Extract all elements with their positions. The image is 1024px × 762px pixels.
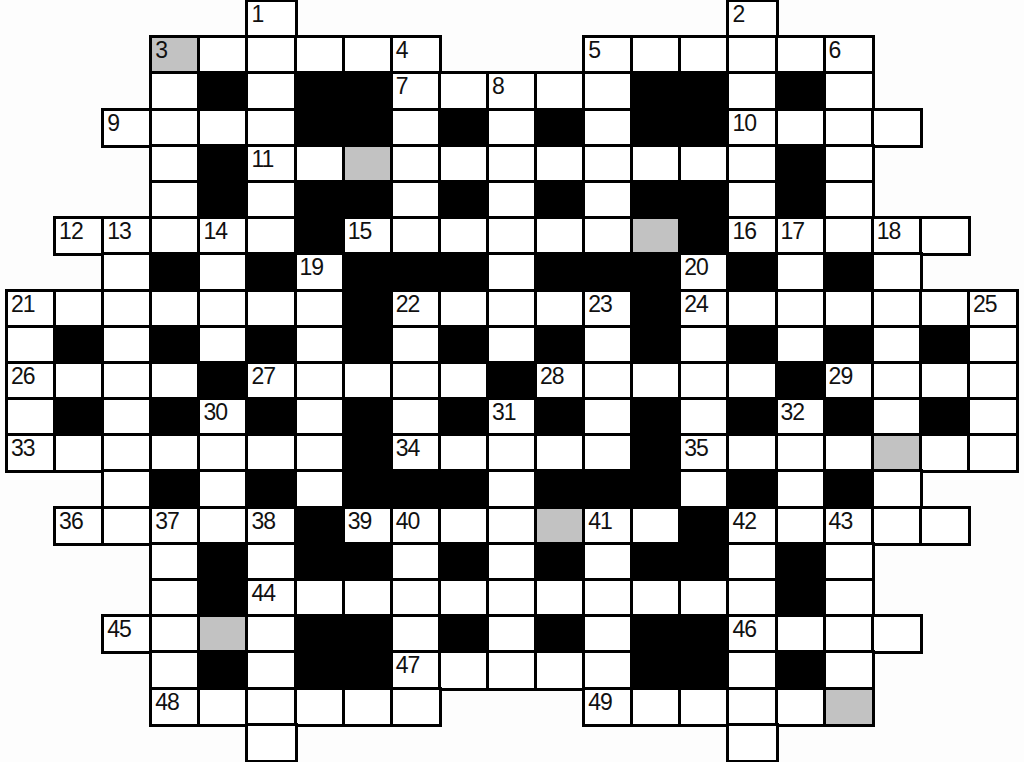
black-cell-r15-c7: [344, 544, 392, 580]
letter-cell-r12-c9[interactable]: [440, 435, 488, 471]
letter-cell-r10-c14[interactable]: [680, 363, 728, 399]
clue-number: 39: [348, 509, 372, 534]
letter-cell-r2-c11[interactable]: [536, 73, 584, 109]
letter-cell-r14-c4[interactable]: [199, 508, 247, 544]
letter-cell-r9-c8[interactable]: [392, 327, 440, 363]
letter-cell-r1-c7[interactable]: [344, 37, 392, 73]
letter-cell-r10-c17[interactable]: 29: [825, 363, 873, 399]
letter-cell-r3-c2[interactable]: 9: [103, 110, 151, 146]
letter-cell-r10-c20[interactable]: [969, 363, 1017, 399]
letter-cell-r17-c2[interactable]: 45: [103, 616, 151, 652]
letter-cell-r8-c19[interactable]: [921, 291, 969, 327]
letter-cell-r8-c10[interactable]: [488, 291, 536, 327]
letter-cell-r14-c8[interactable]: 40: [392, 508, 440, 544]
letter-cell-r14-c2[interactable]: [103, 508, 151, 544]
letter-cell-r16-c3[interactable]: [151, 580, 199, 616]
letter-cell-r7-c14[interactable]: 20: [680, 254, 728, 290]
letter-cell-r1-c8[interactable]: 4: [392, 37, 440, 73]
black-cell-r7-c11: [536, 254, 584, 290]
clue-number: 6: [829, 38, 841, 63]
letter-cell-r10-c15[interactable]: [728, 363, 776, 399]
letter-cell-r8-c0[interactable]: 21: [7, 291, 55, 327]
black-cell-r6-c6: [296, 218, 344, 254]
letter-cell-r11-c6[interactable]: [296, 399, 344, 435]
clue-number: 15: [348, 219, 372, 244]
letter-cell-r3-c16[interactable]: [777, 110, 825, 146]
black-cell-r9-c3: [151, 327, 199, 363]
letter-cell-r19-c6[interactable]: [296, 689, 344, 725]
letter-cell-r4-c3[interactable]: [151, 146, 199, 182]
letter-cell-r10-c3[interactable]: [151, 363, 199, 399]
letter-cell-r16-c14[interactable]: [680, 580, 728, 616]
letter-cell-r2-c5[interactable]: [247, 73, 295, 109]
letter-cell-r14-c1[interactable]: 36: [55, 508, 103, 544]
letter-cell-r11-c0[interactable]: [7, 399, 55, 435]
letter-cell-r19-c3[interactable]: 48: [151, 689, 199, 725]
letter-cell-r10-c2[interactable]: [103, 363, 151, 399]
black-cell-r5-c7: [344, 182, 392, 218]
letter-cell-r16-c12[interactable]: [584, 580, 632, 616]
letter-cell-r14-c18[interactable]: [873, 508, 921, 544]
letter-cell-r4-c12[interactable]: [584, 146, 632, 182]
letter-cell-r19-c8[interactable]: [392, 689, 440, 725]
black-cell-r9-c7: [344, 327, 392, 363]
black-cell-r16-c16: [777, 580, 825, 616]
black-cell-r5-c16: [777, 182, 825, 218]
letter-cell-r12-c20[interactable]: [969, 435, 1017, 471]
black-cell-r2-c14: [680, 73, 728, 109]
letter-cell-r12-c2[interactable]: [103, 435, 151, 471]
letter-cell-r18-c11[interactable]: [536, 652, 584, 688]
black-cell-r7-c3: [151, 254, 199, 290]
shaded-cell-r4-c7[interactable]: [344, 146, 392, 182]
clue-number: 21: [11, 292, 35, 317]
clue-number: 25: [973, 292, 997, 317]
shaded-cell-r12-c18[interactable]: [873, 435, 921, 471]
letter-cell-r20-c5[interactable]: [247, 725, 295, 761]
letter-cell-r11-c18[interactable]: [873, 399, 921, 435]
clue-number: 20: [684, 255, 708, 280]
letter-cell-r6-c4[interactable]: 14: [199, 218, 247, 254]
letter-cell-r8-c6[interactable]: [296, 291, 344, 327]
letter-cell-r6-c5[interactable]: [247, 218, 295, 254]
clue-number: 31: [492, 400, 516, 425]
shaded-cell-r6-c13[interactable]: [632, 218, 680, 254]
letter-cell-r16-c10[interactable]: [488, 580, 536, 616]
shaded-cell-r19-c17[interactable]: [825, 689, 873, 725]
letter-cell-r4-c11[interactable]: [536, 146, 584, 182]
letter-cell-r11-c20[interactable]: [969, 399, 1017, 435]
black-cell-r13-c13: [632, 471, 680, 507]
letter-cell-r2-c17[interactable]: [825, 73, 873, 109]
letter-cell-r11-c2[interactable]: [103, 399, 151, 435]
letter-cell-r18-c3[interactable]: [151, 652, 199, 688]
letter-cell-r9-c4[interactable]: [199, 327, 247, 363]
letter-cell-r1-c6[interactable]: [296, 37, 344, 73]
letter-cell-r12-c0[interactable]: 33: [7, 435, 55, 471]
letter-cell-r3-c17[interactable]: [825, 110, 873, 146]
black-cell-r5-c14: [680, 182, 728, 218]
letter-cell-r18-c17[interactable]: [825, 652, 873, 688]
black-cell-r6-c14: [680, 218, 728, 254]
black-cell-r10-c4: [199, 363, 247, 399]
black-cell-r18-c6: [296, 652, 344, 688]
black-cell-r15-c4: [199, 544, 247, 580]
letter-cell-r6-c10[interactable]: [488, 218, 536, 254]
letter-cell-r14-c16[interactable]: [777, 508, 825, 544]
letter-cell-r8-c20[interactable]: 25: [969, 291, 1017, 327]
black-cell-r17-c13: [632, 616, 680, 652]
letter-cell-r19-c13[interactable]: [632, 689, 680, 725]
letter-cell-r14-c7[interactable]: 39: [344, 508, 392, 544]
letter-cell-r8-c15[interactable]: [728, 291, 776, 327]
letter-cell-r5-c15[interactable]: [728, 182, 776, 218]
letter-cell-r10-c5[interactable]: 27: [247, 363, 295, 399]
letter-cell-r6-c11[interactable]: [536, 218, 584, 254]
letter-cell-r19-c4[interactable]: [199, 689, 247, 725]
letter-cell-r16-c17[interactable]: [825, 580, 873, 616]
letter-cell-r3-c8[interactable]: [392, 110, 440, 146]
black-cell-r4-c16: [777, 146, 825, 182]
letter-cell-r14-c17[interactable]: 43: [825, 508, 873, 544]
letter-cell-r6-c12[interactable]: [584, 218, 632, 254]
letter-cell-r11-c4[interactable]: 30: [199, 399, 247, 435]
letter-cell-r11-c8[interactable]: [392, 399, 440, 435]
letter-cell-r1-c12[interactable]: 5: [584, 37, 632, 73]
letter-cell-r17-c10[interactable]: [488, 616, 536, 652]
letter-cell-r14-c5[interactable]: 38: [247, 508, 295, 544]
letter-cell-r16-c6[interactable]: [296, 580, 344, 616]
clue-number: 24: [684, 292, 708, 317]
letter-cell-r12-c4[interactable]: [199, 435, 247, 471]
letter-cell-r15-c12[interactable]: [584, 544, 632, 580]
letter-cell-r13-c10[interactable]: [488, 471, 536, 507]
letter-cell-r9-c2[interactable]: [103, 327, 151, 363]
letter-cell-r7-c18[interactable]: [873, 254, 921, 290]
black-cell-r11-c5: [247, 399, 295, 435]
letter-cell-r14-c12[interactable]: 41: [584, 508, 632, 544]
letter-cell-r5-c10[interactable]: [488, 182, 536, 218]
letter-cell-r19-c16[interactable]: [777, 689, 825, 725]
black-cell-r17-c6: [296, 616, 344, 652]
letter-cell-r19-c12[interactable]: 49: [584, 689, 632, 725]
letter-cell-r11-c14[interactable]: [680, 399, 728, 435]
black-cell-r7-c9: [440, 254, 488, 290]
letter-cell-r3-c3[interactable]: [151, 110, 199, 146]
letter-cell-r2-c15[interactable]: [728, 73, 776, 109]
letter-cell-r7-c4[interactable]: [199, 254, 247, 290]
letter-cell-r8-c17[interactable]: [825, 291, 873, 327]
letter-cell-r8-c5[interactable]: [247, 291, 295, 327]
letter-cell-r6-c3[interactable]: [151, 218, 199, 254]
letter-cell-r6-c1[interactable]: 12: [55, 218, 103, 254]
letter-cell-r19-c7[interactable]: [344, 689, 392, 725]
letter-cell-r17-c5[interactable]: [247, 616, 295, 652]
letter-cell-r9-c6[interactable]: [296, 327, 344, 363]
black-cell-r11-c11: [536, 399, 584, 435]
letter-cell-r12-c6[interactable]: [296, 435, 344, 471]
letter-cell-r12-c14[interactable]: 35: [680, 435, 728, 471]
letter-cell-r20-c15[interactable]: [728, 725, 776, 761]
letter-cell-r15-c17[interactable]: [825, 544, 873, 580]
shaded-cell-r14-c11[interactable]: [536, 508, 584, 544]
clue-number: 35: [684, 436, 708, 461]
letter-cell-r6-c9[interactable]: [440, 218, 488, 254]
clue-number: 29: [829, 364, 853, 389]
letter-cell-r1-c16[interactable]: [777, 37, 825, 73]
letter-cell-r16-c8[interactable]: [392, 580, 440, 616]
letter-cell-r14-c13[interactable]: [632, 508, 680, 544]
letter-cell-r10-c1[interactable]: [55, 363, 103, 399]
letter-cell-r16-c11[interactable]: [536, 580, 584, 616]
letter-cell-r10-c19[interactable]: [921, 363, 969, 399]
black-cell-r7-c8: [392, 254, 440, 290]
letter-cell-r6-c17[interactable]: [825, 218, 873, 254]
black-cell-r5-c6: [296, 182, 344, 218]
letter-cell-r8-c14[interactable]: 24: [680, 291, 728, 327]
letter-cell-r8-c4[interactable]: [199, 291, 247, 327]
letter-cell-r18-c5[interactable]: [247, 652, 295, 688]
letter-cell-r4-c17[interactable]: [825, 146, 873, 182]
clue-number: 4: [396, 38, 408, 63]
letter-cell-r9-c18[interactable]: [873, 327, 921, 363]
letter-cell-r8-c12[interactable]: 23: [584, 291, 632, 327]
clue-number: 45: [107, 617, 131, 642]
letter-cell-r15-c8[interactable]: [392, 544, 440, 580]
black-cell-r2-c6: [296, 73, 344, 109]
letter-cell-r17-c15[interactable]: 46: [728, 616, 776, 652]
letter-cell-r6-c18[interactable]: 18: [873, 218, 921, 254]
letter-cell-r5-c8[interactable]: [392, 182, 440, 218]
letter-cell-r4-c8[interactable]: [392, 146, 440, 182]
letter-cell-r12-c1[interactable]: [55, 435, 103, 471]
shaded-cell-r17-c4[interactable]: [199, 616, 247, 652]
letter-cell-r12-c8[interactable]: 34: [392, 435, 440, 471]
letter-cell-r12-c5[interactable]: [247, 435, 295, 471]
letter-cell-r6-c19[interactable]: [921, 218, 969, 254]
letter-cell-r19-c14[interactable]: [680, 689, 728, 725]
clue-number: 2: [732, 2, 744, 27]
black-cell-r8-c13: [632, 291, 680, 327]
letter-cell-r16-c9[interactable]: [440, 580, 488, 616]
letter-cell-r18-c15[interactable]: [728, 652, 776, 688]
letter-cell-r11-c10[interactable]: 31: [488, 399, 536, 435]
letter-cell-r10-c7[interactable]: [344, 363, 392, 399]
letter-cell-r12-c16[interactable]: [777, 435, 825, 471]
letter-cell-r11-c16[interactable]: 32: [777, 399, 825, 435]
letter-cell-r9-c14[interactable]: [680, 327, 728, 363]
letter-cell-r11-c12[interactable]: [584, 399, 632, 435]
letter-cell-r14-c19[interactable]: [921, 508, 969, 544]
letter-cell-r15-c5[interactable]: [247, 544, 295, 580]
letter-cell-r2-c12[interactable]: [584, 73, 632, 109]
letter-cell-r8-c8[interactable]: 22: [392, 291, 440, 327]
letter-cell-r8-c11[interactable]: [536, 291, 584, 327]
letter-cell-r1-c13[interactable]: [632, 37, 680, 73]
letter-cell-r7-c2[interactable]: [103, 254, 151, 290]
letter-cell-r4-c15[interactable]: [728, 146, 776, 182]
black-cell-r2-c16: [777, 73, 825, 109]
letter-cell-r10-c8[interactable]: [392, 363, 440, 399]
letter-cell-r17-c16[interactable]: [777, 616, 825, 652]
letter-cell-r10-c9[interactable]: [440, 363, 488, 399]
black-cell-r10-c16: [777, 363, 825, 399]
letter-cell-r18-c8[interactable]: 47: [392, 652, 440, 688]
letter-cell-r9-c10[interactable]: [488, 327, 536, 363]
shaded-cell-r1-c3[interactable]: 3: [151, 37, 199, 73]
letter-cell-r13-c2[interactable]: [103, 471, 151, 507]
letter-cell-r1-c4[interactable]: [199, 37, 247, 73]
black-cell-r15-c13: [632, 544, 680, 580]
letter-cell-r6-c2[interactable]: 13: [103, 218, 151, 254]
clue-number: 8: [492, 74, 504, 99]
letter-cell-r4-c13[interactable]: [632, 146, 680, 182]
letter-cell-r2-c9[interactable]: [440, 73, 488, 109]
letter-cell-r16-c7[interactable]: [344, 580, 392, 616]
letter-cell-r14-c9[interactable]: [440, 508, 488, 544]
black-cell-r7-c12: [584, 254, 632, 290]
crossword-page: 1234567891011121314151617181920212223242…: [0, 0, 1024, 762]
letter-cell-r13-c4[interactable]: [199, 471, 247, 507]
black-cell-r17-c14: [680, 616, 728, 652]
letter-cell-r3-c18[interactable]: [873, 110, 921, 146]
black-cell-r9-c19: [921, 327, 969, 363]
letter-cell-r8-c18[interactable]: [873, 291, 921, 327]
letter-cell-r17-c8[interactable]: [392, 616, 440, 652]
black-cell-r9-c9: [440, 327, 488, 363]
letter-cell-r17-c17[interactable]: [825, 616, 873, 652]
black-cell-r9-c13: [632, 327, 680, 363]
black-cell-r7-c5: [247, 254, 295, 290]
letter-cell-r18-c10[interactable]: [488, 652, 536, 688]
letter-cell-r18-c12[interactable]: [584, 652, 632, 688]
letter-cell-r10-c12[interactable]: [584, 363, 632, 399]
black-cell-r15-c9: [440, 544, 488, 580]
letter-cell-r8-c3[interactable]: [151, 291, 199, 327]
letter-cell-r8-c16[interactable]: [777, 291, 825, 327]
letter-cell-r18-c9[interactable]: [440, 652, 488, 688]
letter-cell-r6-c15[interactable]: 16: [728, 218, 776, 254]
letter-cell-r12-c19[interactable]: [921, 435, 969, 471]
letter-cell-r4-c5[interactable]: 11: [247, 146, 295, 182]
letter-cell-r14-c15[interactable]: 42: [728, 508, 776, 544]
letter-cell-r1-c14[interactable]: [680, 37, 728, 73]
letter-cell-r10-c18[interactable]: [873, 363, 921, 399]
letter-cell-r13-c18[interactable]: [873, 471, 921, 507]
black-cell-r13-c8: [392, 471, 440, 507]
letter-cell-r12-c11[interactable]: [536, 435, 584, 471]
letter-cell-r5-c5[interactable]: [247, 182, 295, 218]
letter-cell-r9-c12[interactable]: [584, 327, 632, 363]
letter-cell-r12-c17[interactable]: [825, 435, 873, 471]
letter-cell-r19-c5[interactable]: [247, 689, 295, 725]
letter-cell-r15-c15[interactable]: [728, 544, 776, 580]
letter-cell-r7-c16[interactable]: [777, 254, 825, 290]
letter-cell-r13-c6[interactable]: [296, 471, 344, 507]
letter-cell-r2-c8[interactable]: 7: [392, 73, 440, 109]
letter-cell-r9-c16[interactable]: [777, 327, 825, 363]
letter-cell-r10-c6[interactable]: [296, 363, 344, 399]
letter-cell-r4-c14[interactable]: [680, 146, 728, 182]
letter-cell-r4-c6[interactable]: [296, 146, 344, 182]
letter-cell-r16-c5[interactable]: 44: [247, 580, 295, 616]
black-cell-r5-c11: [536, 182, 584, 218]
letter-cell-r12-c15[interactable]: [728, 435, 776, 471]
letter-cell-r14-c3[interactable]: 37: [151, 508, 199, 544]
letter-cell-r3-c10[interactable]: [488, 110, 536, 146]
black-cell-r3-c11: [536, 110, 584, 146]
letter-cell-r17-c12[interactable]: [584, 616, 632, 652]
letter-cell-r10-c0[interactable]: 26: [7, 363, 55, 399]
letter-cell-r4-c9[interactable]: [440, 146, 488, 182]
clue-number: 33: [11, 436, 35, 461]
letter-cell-r15-c10[interactable]: [488, 544, 536, 580]
letter-cell-r2-c10[interactable]: 8: [488, 73, 536, 109]
letter-cell-r10-c11[interactable]: 28: [536, 363, 584, 399]
letter-cell-r8-c9[interactable]: [440, 291, 488, 327]
letter-cell-r17-c3[interactable]: [151, 616, 199, 652]
letter-cell-r7-c10[interactable]: [488, 254, 536, 290]
letter-cell-r17-c18[interactable]: [873, 616, 921, 652]
letter-cell-r15-c3[interactable]: [151, 544, 199, 580]
black-cell-r3-c13: [632, 110, 680, 146]
black-cell-r9-c5: [247, 327, 295, 363]
letter-cell-r9-c20[interactable]: [969, 327, 1017, 363]
black-cell-r5-c13: [632, 182, 680, 218]
letter-cell-r3-c12[interactable]: [584, 110, 632, 146]
letter-cell-r5-c17[interactable]: [825, 182, 873, 218]
clue-number: 32: [781, 400, 805, 425]
letter-cell-r1-c17[interactable]: 6: [825, 37, 873, 73]
letter-cell-r8-c1[interactable]: [55, 291, 103, 327]
black-cell-r11-c9: [440, 399, 488, 435]
letter-cell-r8-c2[interactable]: [103, 291, 151, 327]
clue-number: 13: [107, 219, 131, 244]
letter-cell-r13-c16[interactable]: [777, 471, 825, 507]
letter-cell-r2-c3[interactable]: [151, 73, 199, 109]
letter-cell-r3-c4[interactable]: [199, 110, 247, 146]
letter-cell-r19-c15[interactable]: [728, 689, 776, 725]
letter-cell-r5-c12[interactable]: [584, 182, 632, 218]
black-cell-r15-c14: [680, 544, 728, 580]
letter-cell-r14-c10[interactable]: [488, 508, 536, 544]
black-cell-r5-c4: [199, 182, 247, 218]
letter-cell-r6-c16[interactable]: 17: [777, 218, 825, 254]
letter-cell-r3-c5[interactable]: [247, 110, 295, 146]
letter-cell-r12-c12[interactable]: [584, 435, 632, 471]
letter-cell-r13-c14[interactable]: [680, 471, 728, 507]
letter-cell-r4-c10[interactable]: [488, 146, 536, 182]
clue-number: 14: [203, 219, 227, 244]
letter-cell-r12-c10[interactable]: [488, 435, 536, 471]
letter-cell-r9-c0[interactable]: [7, 327, 55, 363]
letter-cell-r0-c5[interactable]: 1: [247, 1, 295, 37]
letter-cell-r1-c5[interactable]: [247, 37, 295, 73]
letter-cell-r5-c3[interactable]: [151, 182, 199, 218]
letter-cell-r3-c15[interactable]: 10: [728, 110, 776, 146]
letter-cell-r1-c15[interactable]: [728, 37, 776, 73]
letter-cell-r10-c13[interactable]: [632, 363, 680, 399]
letter-cell-r6-c7[interactable]: 15: [344, 218, 392, 254]
letter-cell-r16-c15[interactable]: [728, 580, 776, 616]
letter-cell-r6-c8[interactable]: [392, 218, 440, 254]
black-cell-r12-c7: [344, 435, 392, 471]
letter-cell-r0-c15[interactable]: 2: [728, 1, 776, 37]
letter-cell-r12-c3[interactable]: [151, 435, 199, 471]
black-cell-r18-c4: [199, 652, 247, 688]
letter-cell-r16-c13[interactable]: [632, 580, 680, 616]
letter-cell-r7-c6[interactable]: 19: [296, 254, 344, 290]
